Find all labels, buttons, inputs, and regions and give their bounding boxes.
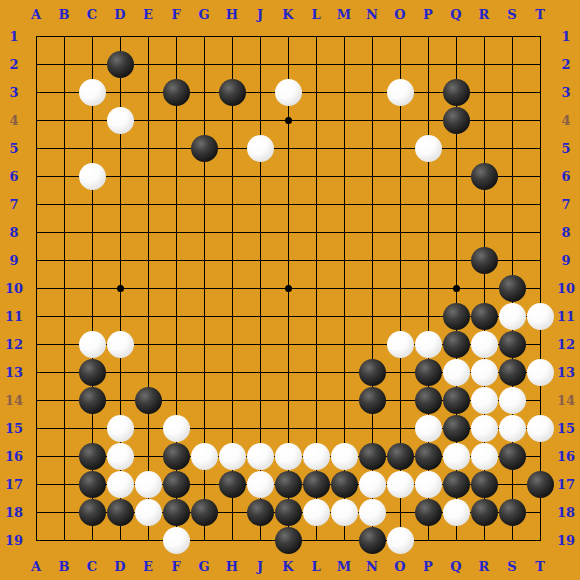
coord-label-top-A: A [31, 8, 41, 21]
stone-white-Q16[interactable] [443, 443, 470, 470]
coord-label-right-4: 4 [561, 114, 570, 127]
stone-black-N13[interactable] [359, 359, 386, 386]
coord-label-bottom-G: G [198, 560, 209, 573]
coord-label-bottom-J: J [257, 560, 263, 573]
coord-label-top-B: B [59, 8, 70, 21]
stone-black-S10[interactable] [499, 275, 526, 302]
stone-white-J16[interactable] [247, 443, 274, 470]
coord-label-left-18: 18 [5, 506, 23, 519]
stone-black-T17[interactable] [527, 471, 554, 498]
stone-white-P15[interactable] [415, 415, 442, 442]
stone-white-T13[interactable] [527, 359, 554, 386]
coord-label-right-1: 1 [561, 30, 570, 43]
coord-label-bottom-P: P [423, 560, 433, 573]
stone-white-S15[interactable] [499, 415, 526, 442]
coord-label-bottom-O: O [394, 560, 405, 573]
stone-black-D18[interactable] [107, 499, 134, 526]
coord-label-bottom-F: F [171, 560, 180, 573]
star-point-Q10 [453, 285, 460, 292]
coord-label-right-8: 8 [561, 226, 570, 239]
coord-label-right-12: 12 [557, 338, 575, 351]
coord-label-right-5: 5 [561, 142, 570, 155]
stone-white-D12[interactable] [107, 331, 134, 358]
coord-label-bottom-C: C [87, 560, 97, 573]
stone-black-Q17[interactable] [443, 471, 470, 498]
star-point-K4 [285, 117, 292, 124]
stone-black-R18[interactable] [471, 499, 498, 526]
stone-black-S12[interactable] [499, 331, 526, 358]
coord-label-top-J: J [257, 8, 263, 21]
coord-label-left-19: 19 [5, 534, 23, 547]
stone-black-S16[interactable] [499, 443, 526, 470]
stone-white-C12[interactable] [79, 331, 106, 358]
coord-label-bottom-S: S [507, 560, 516, 573]
stone-black-C16[interactable] [79, 443, 106, 470]
stone-white-L18[interactable] [303, 499, 330, 526]
coord-label-bottom-K: K [282, 560, 293, 573]
coord-label-right-9: 9 [561, 254, 570, 267]
coord-label-left-1: 1 [9, 30, 18, 43]
stone-black-Q12[interactable] [443, 331, 470, 358]
coord-label-top-Q: Q [450, 8, 461, 21]
coord-label-bottom-N: N [366, 560, 378, 573]
coord-label-left-9: 9 [9, 254, 18, 267]
stone-black-R6[interactable] [471, 163, 498, 190]
stone-black-G18[interactable] [191, 499, 218, 526]
coord-label-right-16: 16 [557, 450, 575, 463]
coord-label-top-M: M [337, 8, 351, 21]
star-point-D10 [117, 285, 124, 292]
stone-black-P16[interactable] [415, 443, 442, 470]
stone-black-K19[interactable] [275, 527, 302, 554]
coord-label-right-13: 13 [557, 366, 575, 379]
stone-black-C17[interactable] [79, 471, 106, 498]
stone-white-P5[interactable] [415, 135, 442, 162]
stone-white-H16[interactable] [219, 443, 246, 470]
stone-white-D16[interactable] [107, 443, 134, 470]
stone-black-Q15[interactable] [443, 415, 470, 442]
coord-label-right-6: 6 [561, 170, 570, 183]
stone-white-L16[interactable] [303, 443, 330, 470]
coord-label-top-C: C [87, 8, 97, 21]
coord-label-top-L: L [311, 8, 320, 21]
coord-label-right-14: 14 [557, 394, 575, 407]
stone-white-G16[interactable] [191, 443, 218, 470]
stone-black-L17[interactable] [303, 471, 330, 498]
coord-label-right-3: 3 [561, 86, 570, 99]
stone-black-Q4[interactable] [443, 107, 470, 134]
coord-label-left-4: 4 [9, 114, 18, 127]
stone-white-Q18[interactable] [443, 499, 470, 526]
coord-label-top-G: G [198, 8, 209, 21]
coord-label-left-15: 15 [5, 422, 23, 435]
stone-black-J18[interactable] [247, 499, 274, 526]
stone-white-N17[interactable] [359, 471, 386, 498]
coord-label-top-K: K [282, 8, 293, 21]
coord-label-top-F: F [171, 8, 180, 21]
coord-label-top-T: T [535, 8, 545, 21]
star-point-K10 [285, 285, 292, 292]
stone-black-F17[interactable] [163, 471, 190, 498]
stone-black-O16[interactable] [387, 443, 414, 470]
stone-black-C18[interactable] [79, 499, 106, 526]
coord-label-bottom-T: T [535, 560, 545, 573]
stone-black-P13[interactable] [415, 359, 442, 386]
coord-label-left-3: 3 [9, 86, 18, 99]
coord-label-right-11: 11 [557, 310, 575, 323]
coord-label-bottom-A: A [31, 560, 41, 573]
stone-black-C13[interactable] [79, 359, 106, 386]
stone-white-D4[interactable] [107, 107, 134, 134]
coord-label-right-17: 17 [557, 478, 575, 491]
stone-white-P12[interactable] [415, 331, 442, 358]
stone-white-O17[interactable] [387, 471, 414, 498]
go-board: AABBCCDDEEFFGGHHJJKKLLMMNNOOPPQQRRSSTT11… [0, 0, 580, 580]
stone-black-K17[interactable] [275, 471, 302, 498]
stone-black-H17[interactable] [219, 471, 246, 498]
stone-black-P14[interactable] [415, 387, 442, 414]
stone-white-R16[interactable] [471, 443, 498, 470]
stone-white-R12[interactable] [471, 331, 498, 358]
coord-label-left-7: 7 [9, 198, 18, 211]
stone-white-S14[interactable] [499, 387, 526, 414]
coord-label-left-11: 11 [5, 310, 23, 323]
coord-label-left-14: 14 [5, 394, 23, 407]
coord-label-top-N: N [366, 8, 378, 21]
stone-white-M18[interactable] [331, 499, 358, 526]
stone-white-K16[interactable] [275, 443, 302, 470]
stone-black-G5[interactable] [191, 135, 218, 162]
coord-label-top-D: D [114, 8, 125, 21]
stone-white-K3[interactable] [275, 79, 302, 106]
coord-label-top-E: E [143, 8, 153, 21]
stone-black-K18[interactable] [275, 499, 302, 526]
stone-white-O3[interactable] [387, 79, 414, 106]
stone-white-O19[interactable] [387, 527, 414, 554]
coord-label-top-R: R [479, 8, 490, 21]
stone-white-M16[interactable] [331, 443, 358, 470]
stone-white-J5[interactable] [247, 135, 274, 162]
coord-label-left-13: 13 [5, 366, 23, 379]
stone-white-R15[interactable] [471, 415, 498, 442]
stone-black-N16[interactable] [359, 443, 386, 470]
stone-white-D17[interactable] [107, 471, 134, 498]
stone-black-Q3[interactable] [443, 79, 470, 106]
coord-label-left-17: 17 [5, 478, 23, 491]
stone-black-S13[interactable] [499, 359, 526, 386]
coord-label-left-6: 6 [9, 170, 18, 183]
coord-label-right-15: 15 [557, 422, 575, 435]
coord-label-bottom-Q: Q [450, 560, 461, 573]
coord-label-bottom-M: M [337, 560, 351, 573]
stone-black-F16[interactable] [163, 443, 190, 470]
coord-label-left-10: 10 [5, 282, 23, 295]
stone-white-S11[interactable] [499, 303, 526, 330]
stone-white-C3[interactable] [79, 79, 106, 106]
stone-white-T15[interactable] [527, 415, 554, 442]
stone-black-F18[interactable] [163, 499, 190, 526]
coord-label-top-S: S [507, 8, 516, 21]
coord-label-top-O: O [394, 8, 405, 21]
coord-label-bottom-R: R [479, 560, 490, 573]
stone-black-M17[interactable] [331, 471, 358, 498]
stone-black-H3[interactable] [219, 79, 246, 106]
stone-black-R17[interactable] [471, 471, 498, 498]
stone-black-P18[interactable] [415, 499, 442, 526]
coord-label-left-16: 16 [5, 450, 23, 463]
coord-label-bottom-D: D [114, 560, 125, 573]
stone-white-D15[interactable] [107, 415, 134, 442]
coord-label-top-H: H [226, 8, 238, 21]
stone-black-E14[interactable] [135, 387, 162, 414]
stone-white-P17[interactable] [415, 471, 442, 498]
coord-label-left-5: 5 [9, 142, 18, 155]
stone-white-F15[interactable] [163, 415, 190, 442]
stone-white-T11[interactable] [527, 303, 554, 330]
stone-black-F3[interactable] [163, 79, 190, 106]
stone-black-N14[interactable] [359, 387, 386, 414]
stone-white-N18[interactable] [359, 499, 386, 526]
stone-black-Q11[interactable] [443, 303, 470, 330]
stone-white-Q13[interactable] [443, 359, 470, 386]
coord-label-left-12: 12 [5, 338, 23, 351]
stone-white-O12[interactable] [387, 331, 414, 358]
stone-black-R9[interactable] [471, 247, 498, 274]
coord-label-right-10: 10 [557, 282, 575, 295]
stone-black-R11[interactable] [471, 303, 498, 330]
stone-black-N19[interactable] [359, 527, 386, 554]
stone-white-R14[interactable] [471, 387, 498, 414]
coord-label-right-7: 7 [561, 198, 570, 211]
coord-label-left-2: 2 [9, 58, 18, 71]
coord-label-right-19: 19 [557, 534, 575, 547]
stone-black-C14[interactable] [79, 387, 106, 414]
stone-white-J17[interactable] [247, 471, 274, 498]
coord-label-right-18: 18 [557, 506, 575, 519]
stone-black-D2[interactable] [107, 51, 134, 78]
stone-white-F19[interactable] [163, 527, 190, 554]
stone-black-Q14[interactable] [443, 387, 470, 414]
coord-label-bottom-H: H [226, 560, 238, 573]
stone-white-E18[interactable] [135, 499, 162, 526]
coord-label-top-P: P [423, 8, 433, 21]
stone-white-E17[interactable] [135, 471, 162, 498]
coord-label-bottom-B: B [59, 560, 70, 573]
stone-white-R13[interactable] [471, 359, 498, 386]
stone-black-S18[interactable] [499, 499, 526, 526]
stone-white-C6[interactable] [79, 163, 106, 190]
coord-label-left-8: 8 [9, 226, 18, 239]
coord-label-bottom-L: L [311, 560, 320, 573]
coord-label-bottom-E: E [143, 560, 153, 573]
coord-label-right-2: 2 [561, 58, 570, 71]
